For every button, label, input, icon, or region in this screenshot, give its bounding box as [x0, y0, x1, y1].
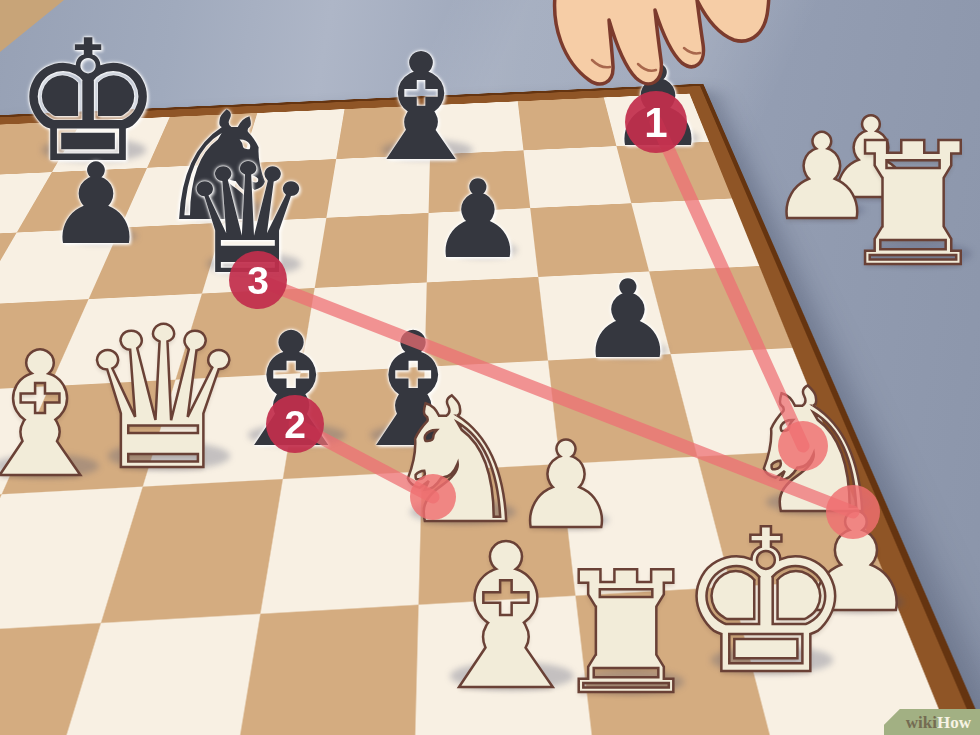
illustration-canvas: ♚♟♞♛♝♟♟♝♝♟♝♛♞♟♞♟♚♝♜♟♟♜ 123 wikiHow — [0, 0, 980, 735]
g2-white-rook[interactable]: ♜ — [542, 550, 710, 718]
wikihow-how-text: How — [937, 713, 971, 733]
d6-black-queen[interactable]: ♛ — [172, 144, 324, 296]
pieces-layer: ♚♟♞♛♝♟♟♝♝♟♝♛♞♟♞♟♚♝♜♟♟♜ — [0, 0, 980, 735]
g5-black-pawn[interactable]: ♟ — [574, 266, 682, 374]
wikihow-watermark: wikiHow — [884, 709, 980, 735]
h8-black-pawn-held[interactable]: ♟ — [602, 50, 714, 162]
f6-black-pawn[interactable]: ♟ — [424, 166, 532, 274]
captured-white-rook[interactable]: ♜ — [828, 120, 980, 290]
wikihow-wiki-text: wiki — [906, 713, 937, 733]
b4-white-bishop[interactable]: ♝ — [0, 330, 126, 502]
b7-black-pawn[interactable]: ♟ — [40, 148, 152, 260]
